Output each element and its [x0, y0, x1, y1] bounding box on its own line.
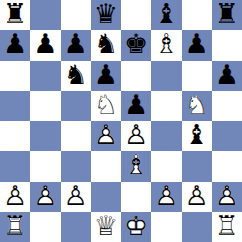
- white-bishop[interactable]: ♝♗: [121, 151, 151, 181]
- square-e4[interactable]: ♟♙: [121, 121, 151, 151]
- black-queen[interactable]: ♛: [91, 0, 121, 30]
- square-f1[interactable]: [151, 212, 181, 242]
- black-knight[interactable]: ♞: [61, 61, 91, 91]
- piece-outline-glyph: ♙: [91, 122, 121, 149]
- piece-glyph: ♞: [91, 31, 121, 58]
- white-pawn[interactable]: ♟♙: [30, 182, 60, 212]
- white-pawn[interactable]: ♟♙: [91, 121, 121, 151]
- piece-glyph: ♟: [61, 31, 91, 58]
- square-e7[interactable]: ♚: [121, 30, 151, 60]
- piece-glyph: ♚: [121, 31, 151, 58]
- square-e6[interactable]: [121, 61, 151, 91]
- white-knight[interactable]: ♞♘: [182, 91, 212, 121]
- square-g1[interactable]: [182, 212, 212, 242]
- square-g6[interactable]: [182, 61, 212, 91]
- square-b3[interactable]: [30, 151, 60, 181]
- square-d1[interactable]: ♛♕: [91, 212, 121, 242]
- square-d2[interactable]: [91, 182, 121, 212]
- square-c3[interactable]: [61, 151, 91, 181]
- white-pawn[interactable]: ♟♙: [212, 182, 242, 212]
- square-h2[interactable]: ♟♙: [212, 182, 242, 212]
- piece-glyph: ♟: [0, 31, 30, 58]
- square-d6[interactable]: ♟: [91, 61, 121, 91]
- square-c1[interactable]: [61, 212, 91, 242]
- piece-glyph: ♟: [91, 61, 121, 88]
- piece-glyph: ♝: [151, 1, 181, 28]
- square-g7[interactable]: ♟: [182, 30, 212, 60]
- square-c4[interactable]: [61, 121, 91, 151]
- piece-outline-glyph: ♙: [0, 182, 30, 209]
- piece-glyph: ♟: [121, 91, 151, 118]
- piece-outline-glyph: ♗: [151, 31, 181, 58]
- square-b8[interactable]: [30, 0, 60, 30]
- square-e8[interactable]: [121, 0, 151, 30]
- square-h7[interactable]: [212, 30, 242, 60]
- white-queen[interactable]: ♛♕: [91, 212, 121, 242]
- square-b6[interactable]: [30, 61, 60, 91]
- white-pawn[interactable]: ♟♙: [121, 121, 151, 151]
- piece-glyph: ♝: [182, 122, 212, 149]
- square-h3[interactable]: [212, 151, 242, 181]
- piece-outline-glyph: ♖: [212, 212, 242, 239]
- square-b7[interactable]: ♟: [30, 30, 60, 60]
- black-pawn[interactable]: ♟: [61, 30, 91, 60]
- square-b1[interactable]: [30, 212, 60, 242]
- square-f3[interactable]: [151, 151, 181, 181]
- white-bishop[interactable]: ♝♗: [151, 30, 181, 60]
- white-knight[interactable]: ♞♘: [91, 91, 121, 121]
- piece-outline-glyph: ♙: [30, 182, 60, 209]
- square-d3[interactable]: [91, 151, 121, 181]
- black-bishop[interactable]: ♝: [182, 121, 212, 151]
- square-a8[interactable]: ♜: [0, 0, 30, 30]
- piece-glyph: ♟: [212, 61, 242, 88]
- piece-glyph: ♛: [91, 1, 121, 28]
- square-a4[interactable]: [0, 121, 30, 151]
- square-d8[interactable]: ♛: [91, 0, 121, 30]
- black-pawn[interactable]: ♟: [182, 30, 212, 60]
- square-e1[interactable]: ♚♔: [121, 212, 151, 242]
- square-f4[interactable]: [151, 121, 181, 151]
- black-rook[interactable]: ♜: [212, 0, 242, 30]
- piece-outline-glyph: ♔: [121, 212, 151, 239]
- square-g2[interactable]: ♟♙: [182, 182, 212, 212]
- square-a3[interactable]: [0, 151, 30, 181]
- square-e2[interactable]: [121, 182, 151, 212]
- square-h1[interactable]: ♜♖: [212, 212, 242, 242]
- piece-glyph: ♟: [182, 31, 212, 58]
- black-king[interactable]: ♚: [121, 30, 151, 60]
- square-a5[interactable]: [0, 91, 30, 121]
- piece-outline-glyph: ♙: [182, 182, 212, 209]
- square-h8[interactable]: ♜: [212, 0, 242, 30]
- square-c2[interactable]: ♟♙: [61, 182, 91, 212]
- piece-outline-glyph: ♙: [61, 182, 91, 209]
- white-pawn[interactable]: ♟♙: [151, 182, 181, 212]
- piece-outline-glyph: ♙: [121, 122, 151, 149]
- piece-glyph: ♟: [30, 31, 60, 58]
- square-g4[interactable]: ♝: [182, 121, 212, 151]
- piece-outline-glyph: ♕: [91, 212, 121, 239]
- square-d5[interactable]: ♞♘: [91, 91, 121, 121]
- white-king[interactable]: ♚♔: [121, 212, 151, 242]
- white-pawn[interactable]: ♟♙: [61, 182, 91, 212]
- white-rook[interactable]: ♜♖: [212, 212, 242, 242]
- black-pawn[interactable]: ♟: [212, 61, 242, 91]
- chess-board: ♜♛♝♜♟♟♟♞♚♝♗♟♞♟♟♞♘♟♞♘♟♙♟♙♝♝♗♟♙♟♙♟♙♟♙♟♙♟♙♜…: [0, 0, 242, 242]
- square-f6[interactable]: [151, 61, 181, 91]
- piece-outline-glyph: ♙: [151, 182, 181, 209]
- white-pawn[interactable]: ♟♙: [182, 182, 212, 212]
- piece-outline-glyph: ♘: [91, 91, 121, 118]
- square-b5[interactable]: [30, 91, 60, 121]
- square-d4[interactable]: ♟♙: [91, 121, 121, 151]
- white-pawn[interactable]: ♟♙: [0, 182, 30, 212]
- square-e5[interactable]: ♟: [121, 91, 151, 121]
- square-f2[interactable]: ♟♙: [151, 182, 181, 212]
- square-g3[interactable]: [182, 151, 212, 181]
- square-g8[interactable]: [182, 0, 212, 30]
- black-pawn[interactable]: ♟: [91, 61, 121, 91]
- square-f7[interactable]: ♝♗: [151, 30, 181, 60]
- square-c7[interactable]: ♟: [61, 30, 91, 60]
- square-e3[interactable]: ♝♗: [121, 151, 151, 181]
- square-a1[interactable]: ♜♖: [0, 212, 30, 242]
- square-c6[interactable]: ♞: [61, 61, 91, 91]
- square-c8[interactable]: [61, 0, 91, 30]
- piece-outline-glyph: ♖: [0, 212, 30, 239]
- piece-glyph: ♜: [212, 1, 242, 28]
- piece-outline-glyph: ♗: [121, 152, 151, 179]
- black-pawn[interactable]: ♟: [30, 30, 60, 60]
- square-g5[interactable]: ♞♘: [182, 91, 212, 121]
- square-b4[interactable]: [30, 121, 60, 151]
- black-rook[interactable]: ♜: [0, 0, 30, 30]
- black-pawn[interactable]: ♟: [0, 30, 30, 60]
- piece-glyph: ♞: [61, 61, 91, 88]
- square-c5[interactable]: [61, 91, 91, 121]
- black-knight[interactable]: ♞: [91, 30, 121, 60]
- square-f8[interactable]: ♝: [151, 0, 181, 30]
- black-bishop[interactable]: ♝: [151, 0, 181, 30]
- piece-outline-glyph: ♘: [182, 91, 212, 118]
- piece-glyph: ♜: [0, 1, 30, 28]
- square-a6[interactable]: [0, 61, 30, 91]
- black-pawn[interactable]: ♟: [121, 91, 151, 121]
- white-rook[interactable]: ♜♖: [0, 212, 30, 242]
- square-h5[interactable]: [212, 91, 242, 121]
- square-a2[interactable]: ♟♙: [0, 182, 30, 212]
- square-d7[interactable]: ♞: [91, 30, 121, 60]
- square-b2[interactable]: ♟♙: [30, 182, 60, 212]
- square-a7[interactable]: ♟: [0, 30, 30, 60]
- square-f5[interactable]: [151, 91, 181, 121]
- square-h4[interactable]: [212, 121, 242, 151]
- square-h6[interactable]: ♟: [212, 61, 242, 91]
- piece-outline-glyph: ♙: [212, 182, 242, 209]
